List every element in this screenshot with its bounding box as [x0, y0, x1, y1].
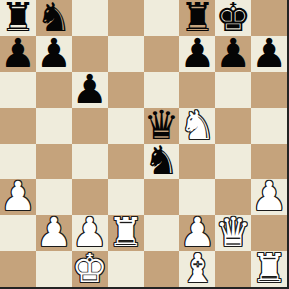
square-b1[interactable]	[36, 251, 72, 287]
square-f4[interactable]	[179, 144, 215, 180]
square-f2[interactable]: ♟	[179, 215, 215, 251]
square-c8[interactable]	[72, 0, 108, 36]
square-e1[interactable]	[144, 251, 180, 287]
piece-white-pawn: ♟	[179, 215, 215, 251]
square-b6[interactable]	[36, 72, 72, 108]
square-h5[interactable]	[251, 108, 287, 144]
square-a8[interactable]: ♜	[0, 0, 36, 36]
square-g6[interactable]	[215, 72, 251, 108]
piece-black-knight: ♞	[144, 144, 180, 180]
square-a1[interactable]	[0, 251, 36, 287]
square-e6[interactable]	[144, 72, 180, 108]
square-g4[interactable]	[215, 144, 251, 180]
chess-board: ♜♞♜♚♟♟♟♟♟♟♛♞♞♟♟♟♟♜♟♛♚♝♜	[0, 0, 289, 289]
square-d6[interactable]	[108, 72, 144, 108]
square-h2[interactable]	[251, 215, 287, 251]
piece-white-knight: ♞	[179, 108, 215, 144]
square-h3[interactable]: ♟	[251, 179, 287, 215]
square-g1[interactable]	[215, 251, 251, 287]
square-f6[interactable]	[179, 72, 215, 108]
piece-black-pawn: ♟	[36, 36, 72, 72]
square-e7[interactable]	[144, 36, 180, 72]
square-d3[interactable]	[108, 179, 144, 215]
square-c3[interactable]	[72, 179, 108, 215]
piece-black-rook: ♜	[0, 0, 36, 36]
square-g7[interactable]: ♟	[215, 36, 251, 72]
piece-black-rook: ♜	[179, 0, 215, 36]
square-a5[interactable]	[0, 108, 36, 144]
piece-white-bishop: ♝	[179, 251, 215, 287]
square-c4[interactable]	[72, 144, 108, 180]
square-h4[interactable]	[251, 144, 287, 180]
square-d5[interactable]	[108, 108, 144, 144]
piece-white-pawn: ♟	[0, 179, 36, 215]
piece-white-pawn: ♟	[251, 179, 287, 215]
square-d1[interactable]	[108, 251, 144, 287]
piece-white-queen: ♛	[215, 215, 251, 251]
square-b2[interactable]: ♟	[36, 215, 72, 251]
square-c1[interactable]: ♚	[72, 251, 108, 287]
piece-black-pawn: ♟	[72, 72, 108, 108]
piece-black-pawn: ♟	[215, 36, 251, 72]
piece-white-king: ♚	[72, 251, 108, 287]
piece-white-pawn: ♟	[36, 215, 72, 251]
square-d2[interactable]: ♜	[108, 215, 144, 251]
square-f1[interactable]: ♝	[179, 251, 215, 287]
piece-black-knight: ♞	[36, 0, 72, 36]
piece-black-pawn: ♟	[0, 36, 36, 72]
square-d4[interactable]	[108, 144, 144, 180]
square-b3[interactable]	[36, 179, 72, 215]
piece-black-king: ♚	[215, 0, 251, 36]
square-a7[interactable]: ♟	[0, 36, 36, 72]
square-h6[interactable]	[251, 72, 287, 108]
square-g5[interactable]	[215, 108, 251, 144]
square-e2[interactable]	[144, 215, 180, 251]
square-f3[interactable]	[179, 179, 215, 215]
square-c2[interactable]: ♟	[72, 215, 108, 251]
square-h7[interactable]: ♟	[251, 36, 287, 72]
square-b7[interactable]: ♟	[36, 36, 72, 72]
square-d8[interactable]	[108, 0, 144, 36]
square-f7[interactable]: ♟	[179, 36, 215, 72]
square-d7[interactable]	[108, 36, 144, 72]
piece-white-pawn: ♟	[72, 215, 108, 251]
square-f8[interactable]: ♜	[179, 0, 215, 36]
piece-white-rook: ♜	[251, 251, 287, 287]
square-h1[interactable]: ♜	[251, 251, 287, 287]
square-e3[interactable]	[144, 179, 180, 215]
square-h8[interactable]	[251, 0, 287, 36]
square-c6[interactable]: ♟	[72, 72, 108, 108]
square-a2[interactable]	[0, 215, 36, 251]
square-a6[interactable]	[0, 72, 36, 108]
square-e8[interactable]	[144, 0, 180, 36]
square-g3[interactable]	[215, 179, 251, 215]
square-e5[interactable]: ♛	[144, 108, 180, 144]
square-a4[interactable]	[0, 144, 36, 180]
piece-white-rook: ♜	[108, 215, 144, 251]
square-c7[interactable]	[72, 36, 108, 72]
piece-black-queen: ♛	[144, 108, 180, 144]
square-a3[interactable]: ♟	[0, 179, 36, 215]
square-e4[interactable]: ♞	[144, 144, 180, 180]
square-b4[interactable]	[36, 144, 72, 180]
square-g2[interactable]: ♛	[215, 215, 251, 251]
square-f5[interactable]: ♞	[179, 108, 215, 144]
piece-black-pawn: ♟	[251, 36, 287, 72]
square-b5[interactable]	[36, 108, 72, 144]
square-c5[interactable]	[72, 108, 108, 144]
square-g8[interactable]: ♚	[215, 0, 251, 36]
piece-black-pawn: ♟	[179, 36, 215, 72]
square-b8[interactable]: ♞	[36, 0, 72, 36]
